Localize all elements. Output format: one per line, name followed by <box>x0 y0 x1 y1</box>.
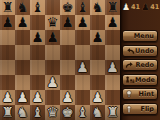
square-d5[interactable] <box>45 45 60 60</box>
white-pawn-d3[interactable]: ♟ <box>46 75 58 90</box>
square-d4[interactable] <box>45 60 60 75</box>
black-pawn-g6[interactable]: ♟ <box>91 30 103 45</box>
square-b6[interactable] <box>15 30 30 45</box>
white-queen-d1[interactable]: ♛ <box>46 105 58 120</box>
square-h6[interactable] <box>105 30 120 45</box>
menu-button[interactable]: Menu <box>122 30 158 42</box>
square-e7[interactable]: ♟ <box>60 15 75 30</box>
square-e6[interactable] <box>60 30 75 45</box>
mode-button-label: Mode <box>135 76 155 84</box>
white-score: 41 <box>131 3 140 11</box>
square-h8[interactable]: ♜ <box>105 0 120 15</box>
square-e5[interactable] <box>60 45 75 60</box>
square-h2[interactable] <box>105 90 120 105</box>
square-a5[interactable] <box>0 45 15 60</box>
black-pawn-f7[interactable]: ♟ <box>76 15 88 30</box>
square-d1[interactable]: ♛ <box>45 105 60 120</box>
white-pawn-c2[interactable]: ♟ <box>31 90 43 105</box>
square-e4[interactable] <box>60 60 75 75</box>
square-a2[interactable]: ♟ <box>0 90 15 105</box>
square-c5[interactable] <box>30 45 45 60</box>
square-d7[interactable]: ♛ <box>45 15 60 30</box>
square-c8[interactable]: ♝ <box>30 0 45 15</box>
button-column: Menu Undo Redo Mode <box>120 30 160 115</box>
hint-button-label: Hint <box>139 90 154 98</box>
square-a3[interactable] <box>0 75 15 90</box>
square-h5[interactable] <box>105 45 120 60</box>
square-h7[interactable]: ♟ <box>105 15 120 30</box>
redo-arrow-icon <box>125 61 135 69</box>
black-pawn-h7[interactable]: ♟ <box>106 15 118 30</box>
material-scores: ♟ 41 ♟ 41 <box>122 1 160 13</box>
white-king-e1[interactable]: ♚ <box>61 105 73 120</box>
square-d2[interactable] <box>45 90 60 105</box>
redo-button[interactable]: Redo <box>122 59 158 71</box>
black-pawn-icon: ♟ <box>141 1 149 13</box>
undo-arrow-icon <box>125 47 135 55</box>
flip-button[interactable]: Flip <box>122 103 158 115</box>
square-c2[interactable]: ♟ <box>30 90 45 105</box>
square-b5[interactable] <box>15 45 30 60</box>
undo-button[interactable]: Undo <box>122 45 158 57</box>
square-c7[interactable] <box>30 15 45 30</box>
square-e1[interactable]: ♚ <box>60 105 75 120</box>
menu-button-label: Menu <box>134 32 154 40</box>
white-rook-a1[interactable]: ♜ <box>1 105 13 120</box>
black-knight-b8[interactable]: ♞ <box>16 0 28 15</box>
black-pawn-d6[interactable]: ♟ <box>46 30 58 45</box>
square-g2[interactable]: ♟ <box>90 90 105 105</box>
white-pawn-f4[interactable]: ♟ <box>76 60 88 75</box>
white-pawn-h4[interactable]: ♟ <box>106 60 118 75</box>
square-a8[interactable]: ♜ <box>0 0 15 15</box>
square-g5[interactable] <box>90 45 105 60</box>
square-f2[interactable] <box>75 90 90 105</box>
square-b2[interactable]: ♟ <box>15 90 30 105</box>
square-b8[interactable]: ♞ <box>15 0 30 15</box>
square-b1[interactable]: ♞ <box>15 105 30 120</box>
square-c6[interactable]: ♟ <box>30 30 45 45</box>
square-a1[interactable]: ♜ <box>0 105 15 120</box>
square-g6[interactable]: ♟ <box>90 30 105 45</box>
square-g3[interactable] <box>90 75 105 90</box>
white-pawn-b2[interactable]: ♟ <box>16 90 28 105</box>
white-pawn-e2[interactable]: ♟ <box>61 90 73 105</box>
square-b4[interactable] <box>15 60 30 75</box>
black-bishop-c8[interactable]: ♝ <box>31 0 43 15</box>
white-bishop-f1[interactable]: ♝ <box>76 105 88 120</box>
chess-app: ♜♞♝♚♝♞♜♟♟♛♟♟♟♟♟♟♟♟♟♟♟♟♟♟♜♞♝♛♚♝♞♜ ♟ 41 ♟ … <box>0 0 160 120</box>
black-knight-g8[interactable]: ♞ <box>91 0 103 15</box>
redo-button-label: Redo <box>135 61 154 69</box>
white-pawn-g2[interactable]: ♟ <box>91 90 103 105</box>
black-rook-a8[interactable]: ♜ <box>1 0 13 15</box>
mode-button[interactable]: Mode <box>122 74 158 86</box>
side-panel: ♟ 41 ♟ 41 Menu Undo Redo <box>120 0 160 120</box>
square-f4[interactable]: ♟ <box>75 60 90 75</box>
square-f1[interactable]: ♝ <box>75 105 90 120</box>
square-b7[interactable]: ♟ <box>15 15 30 30</box>
lightbulb-icon <box>125 90 135 98</box>
square-f5[interactable] <box>75 45 90 60</box>
square-b3[interactable] <box>15 75 30 90</box>
square-e2[interactable]: ♟ <box>60 90 75 105</box>
black-pawn-e7[interactable]: ♟ <box>61 15 73 30</box>
undo-button-label: Undo <box>135 47 154 55</box>
square-g4[interactable] <box>90 60 105 75</box>
black-pawn-b7[interactable]: ♟ <box>16 15 28 30</box>
white-bishop-c1[interactable]: ♝ <box>31 105 43 120</box>
square-f8[interactable]: ♝ <box>75 0 90 15</box>
square-g7[interactable] <box>90 15 105 30</box>
square-a7[interactable]: ♟ <box>0 15 15 30</box>
square-c4[interactable] <box>30 60 45 75</box>
square-c1[interactable]: ♝ <box>30 105 45 120</box>
square-f7[interactable]: ♟ <box>75 15 90 30</box>
square-a6[interactable] <box>0 30 15 45</box>
black-pawn-a7[interactable]: ♟ <box>1 15 13 30</box>
black-queen-d7[interactable]: ♛ <box>46 15 58 30</box>
square-h3[interactable] <box>105 75 120 90</box>
black-bishop-f8[interactable]: ♝ <box>76 0 88 15</box>
black-score: 41 <box>150 3 159 11</box>
white-rook-h1[interactable]: ♜ <box>106 105 118 120</box>
square-e3[interactable] <box>60 75 75 90</box>
square-f3[interactable] <box>75 75 90 90</box>
black-rook-h8[interactable]: ♜ <box>106 0 118 15</box>
hint-button[interactable]: Hint <box>122 88 158 100</box>
piece-grid-icon <box>125 76 135 84</box>
square-h4[interactable]: ♟ <box>105 60 120 75</box>
square-f6[interactable] <box>75 30 90 45</box>
up-arrow-icon <box>125 105 135 113</box>
square-e8[interactable]: ♚ <box>60 0 75 15</box>
board-grid: ♜♞♝♚♝♞♜♟♟♛♟♟♟♟♟♟♟♟♟♟♟♟♟♟♜♞♝♛♚♝♞♜ <box>0 0 120 120</box>
square-a4[interactable] <box>0 60 15 75</box>
square-c3[interactable] <box>30 75 45 90</box>
black-pawn-c6[interactable]: ♟ <box>31 30 43 45</box>
square-d3[interactable]: ♟ <box>45 75 60 90</box>
square-g1[interactable]: ♞ <box>90 105 105 120</box>
flip-button-label: Flip <box>140 105 154 113</box>
white-knight-b1[interactable]: ♞ <box>16 105 28 120</box>
square-h1[interactable]: ♜ <box>105 105 120 120</box>
square-d6[interactable]: ♟ <box>45 30 60 45</box>
chess-board: ♜♞♝♚♝♞♜♟♟♛♟♟♟♟♟♟♟♟♟♟♟♟♟♟♜♞♝♛♚♝♞♜ <box>0 0 120 120</box>
square-d8[interactable] <box>45 0 60 15</box>
white-pawn-a2[interactable]: ♟ <box>1 90 13 105</box>
white-pawn-icon: ♟ <box>122 1 130 13</box>
square-g8[interactable]: ♞ <box>90 0 105 15</box>
black-king-e8[interactable]: ♚ <box>61 0 73 15</box>
white-knight-g1[interactable]: ♞ <box>91 105 103 120</box>
